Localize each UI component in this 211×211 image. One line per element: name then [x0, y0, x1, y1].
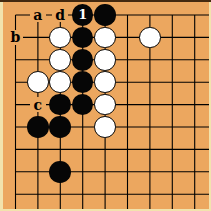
black-stone — [72, 27, 94, 49]
black-stone — [49, 161, 71, 183]
point-label-d: d — [52, 7, 68, 22]
white-stone — [94, 116, 116, 138]
move-number: 1 — [78, 8, 87, 21]
board-point — [49, 26, 71, 48]
white-stone — [94, 49, 116, 71]
board-point — [27, 71, 49, 93]
point-label-b: b — [7, 30, 23, 45]
board-point — [49, 116, 71, 138]
board-point: a — [27, 4, 49, 26]
point-label-c: c — [30, 97, 46, 112]
board-point — [94, 116, 116, 138]
board-point: c — [27, 93, 49, 115]
white-stone — [94, 71, 116, 93]
board-point — [139, 26, 161, 48]
board-point — [49, 161, 71, 183]
stone-layer: ad1bc — [4, 4, 209, 209]
black-stone — [72, 94, 94, 116]
board-point: d — [49, 4, 71, 26]
black-stone — [49, 116, 71, 138]
black-stone — [72, 71, 94, 93]
board-point — [27, 116, 49, 138]
board-point — [94, 71, 116, 93]
board-point: 1 — [71, 4, 93, 26]
go-board: ad1bc — [3, 2, 209, 209]
black-stone-move-1: 1 — [72, 4, 94, 26]
black-stone — [49, 94, 71, 116]
board-point — [49, 71, 71, 93]
white-stone — [49, 71, 71, 93]
board-point — [71, 93, 93, 115]
board-point — [49, 93, 71, 115]
board-point — [94, 49, 116, 71]
white-stone — [94, 27, 116, 49]
board-point — [94, 26, 116, 48]
board-point — [94, 93, 116, 115]
board-point — [71, 26, 93, 48]
point-label-a: a — [30, 7, 46, 22]
board-point — [94, 4, 116, 26]
black-stone — [27, 116, 49, 138]
white-stone — [94, 94, 116, 116]
white-stone — [139, 27, 161, 49]
white-stone — [49, 49, 71, 71]
board-point: b — [4, 26, 26, 48]
white-stone — [49, 27, 71, 49]
black-stone — [94, 4, 116, 26]
board-point — [71, 49, 93, 71]
board-point — [49, 49, 71, 71]
white-stone — [27, 71, 49, 93]
board-point — [71, 71, 93, 93]
black-stone — [72, 49, 94, 71]
go-diagram: ad1bc — [0, 0, 211, 211]
